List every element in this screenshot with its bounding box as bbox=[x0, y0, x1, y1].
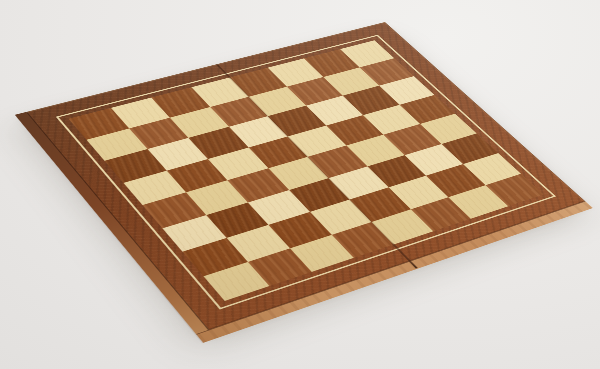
chessboard bbox=[26, 22, 585, 330]
photo-background-surface bbox=[0, 0, 600, 369]
